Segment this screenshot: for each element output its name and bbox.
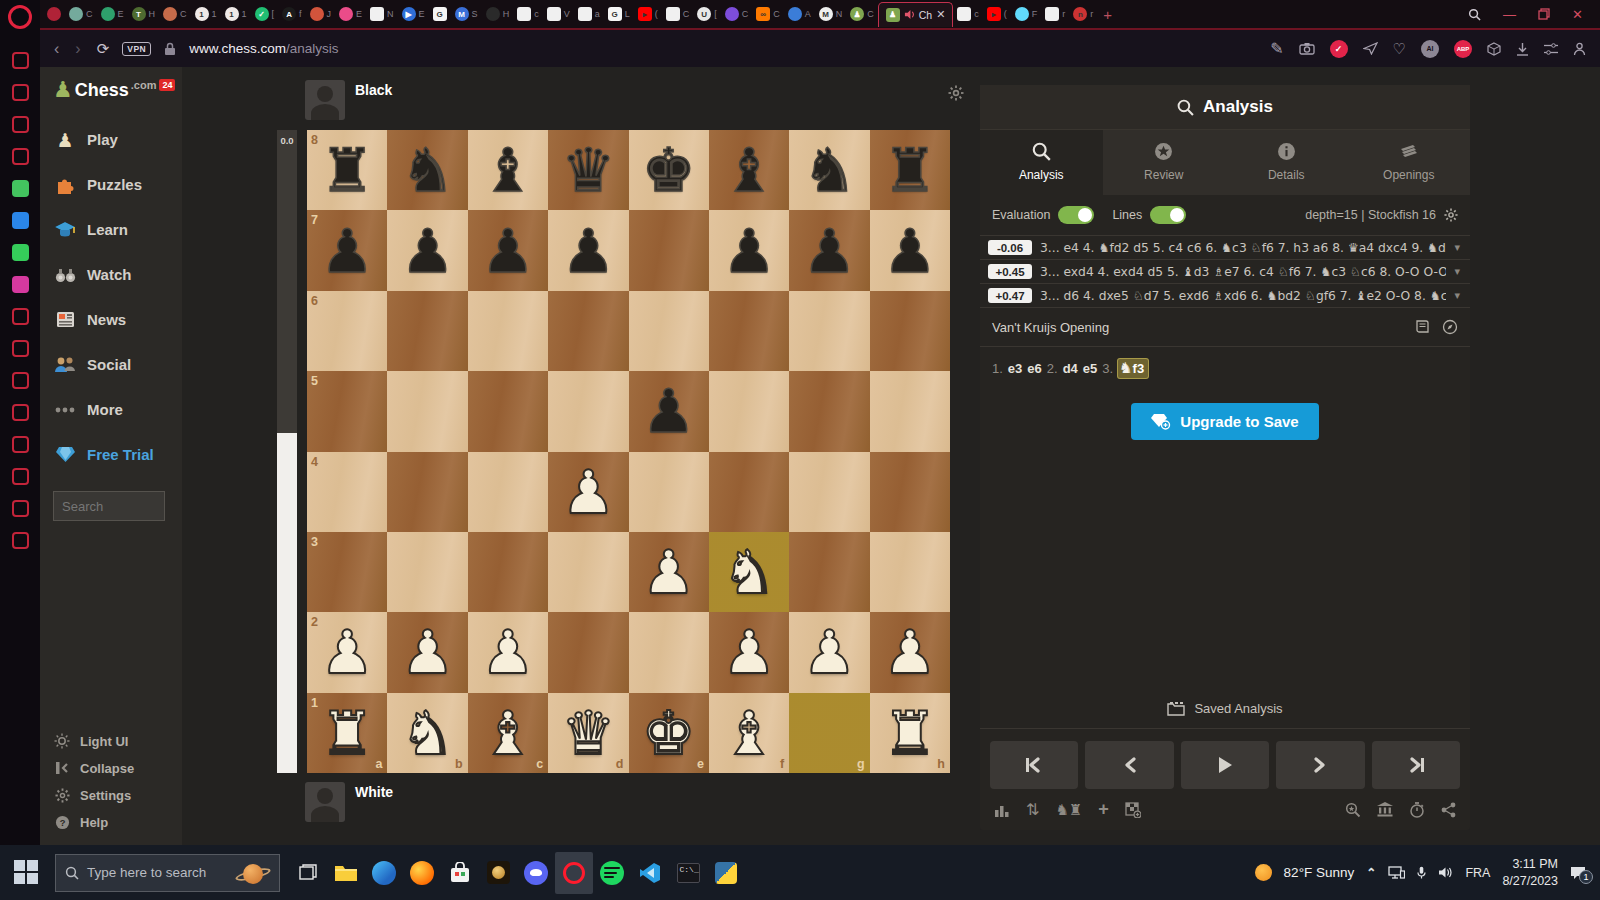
snapshot-camera-icon[interactable]: [1299, 42, 1315, 55]
sidebar-item-more[interactable]: More: [53, 387, 182, 432]
black-avatar[interactable]: [305, 80, 345, 120]
opening-book-icon[interactable]: [1415, 319, 1431, 334]
square-b4[interactable]: [387, 452, 467, 532]
audio-speaker-icon[interactable]: [904, 9, 915, 20]
square-b5[interactable]: [387, 371, 467, 451]
tab-favicon: ✓: [255, 7, 269, 21]
browser-tab[interactable]: F: [1011, 2, 1042, 27]
browser-tab[interactable]: E: [335, 2, 366, 27]
language-indicator[interactable]: FRA: [1465, 866, 1490, 880]
square-c3[interactable]: [468, 532, 548, 612]
square-c8[interactable]: ♝: [468, 130, 548, 210]
reload-button[interactable]: ⟳: [97, 40, 110, 58]
tab-favicon: M: [819, 7, 833, 21]
browser-tab[interactable]: A: [784, 2, 815, 27]
black-pawn[interactable]: ♟: [387, 210, 467, 290]
minimize-button[interactable]: —: [1503, 7, 1516, 22]
extension-cube-icon[interactable]: [1487, 42, 1501, 56]
square-h1[interactable]: h♜: [870, 693, 950, 773]
panel-tab-openings[interactable]: Openings: [1348, 130, 1471, 195]
black-knight[interactable]: ♞: [789, 130, 869, 210]
sidebar-item-watch[interactable]: Watch: [53, 252, 182, 297]
sidebar-footer-light-ui[interactable]: Light UI: [53, 732, 134, 750]
weather-widget[interactable]: 82°F Sunny: [1284, 865, 1355, 880]
square-d8[interactable]: ♛: [548, 130, 628, 210]
browser-tab[interactable]: V: [543, 2, 574, 27]
panel-tab-review[interactable]: Review: [1103, 130, 1226, 195]
tab-title: F: [1032, 9, 1038, 19]
square-a5[interactable]: 5: [307, 371, 387, 451]
engine-settings-gear-icon[interactable]: [1444, 208, 1458, 222]
mail-icon[interactable]: [12, 500, 29, 517]
next-move-button[interactable]: [1276, 741, 1364, 789]
square-g7[interactable]: ♟: [789, 210, 869, 290]
move-number: 1.: [992, 361, 1003, 376]
square-g8[interactable]: ♞: [789, 130, 869, 210]
more-dots-icon[interactable]: [12, 532, 29, 549]
square-h6[interactable]: [870, 291, 950, 371]
square-a7[interactable]: 7♟: [307, 210, 387, 290]
active-tab-title: Ch: [919, 9, 932, 21]
move-navigation: [980, 728, 1470, 797]
send-icon[interactable]: [1363, 42, 1378, 55]
aria-ai-icon[interactable]: AI: [1421, 40, 1439, 58]
white-knight[interactable]: ♞: [387, 693, 467, 773]
analysis-magnifier-icon: [1177, 99, 1194, 116]
taskbar-app-opera[interactable]: [555, 852, 593, 894]
divider-icon[interactable]: [12, 308, 29, 325]
black-pawn[interactable]: ♟: [789, 210, 869, 290]
upgrade-to-save-button[interactable]: Upgrade to Save: [1131, 403, 1318, 440]
restore-button[interactable]: [1538, 8, 1550, 20]
square-a6[interactable]: 6: [307, 291, 387, 371]
square-e8[interactable]: ♚: [629, 130, 709, 210]
messenger-icon[interactable]: [12, 212, 29, 229]
pc-network-icon[interactable]: [1388, 866, 1405, 879]
browser-tab[interactable]: GL: [604, 2, 634, 27]
engine-line-1[interactable]: -0.063... e4 4. ♞fd2 d5 5. c4 c6 6. ♞c3 …: [980, 236, 1470, 260]
tab-favicon: [101, 7, 115, 21]
shield-check-icon[interactable]: ✓: [1330, 40, 1348, 58]
sidebar-item-puzzles[interactable]: Puzzles: [53, 162, 182, 207]
taskbar-app-discord[interactable]: [517, 852, 555, 894]
browser-tab[interactable]: a: [574, 2, 604, 27]
square-f4[interactable]: [709, 452, 789, 532]
history-clock-icon[interactable]: [12, 404, 29, 421]
square-b1[interactable]: b♞: [387, 693, 467, 773]
square-e5[interactable]: ♟: [629, 371, 709, 451]
rank-label: 4: [311, 455, 318, 469]
white-avatar[interactable]: [305, 782, 345, 822]
square-e6[interactable]: [629, 291, 709, 371]
square-e4[interactable]: [629, 452, 709, 532]
browser-tab[interactable]: C: [65, 2, 97, 27]
browser-tab[interactable]: H: [482, 2, 514, 27]
square-h5[interactable]: [870, 371, 950, 451]
white-pawn[interactable]: ♟: [387, 612, 467, 692]
tab-favicon: U: [697, 7, 711, 21]
sidebar-item-news[interactable]: News: [53, 297, 182, 342]
square-c6[interactable]: [468, 291, 548, 371]
square-h3[interactable]: [870, 532, 950, 612]
black-pawn[interactable]: ♟: [870, 210, 950, 290]
explore-position-icon[interactable]: [1345, 802, 1361, 818]
browser-tab[interactable]: C: [662, 2, 694, 27]
close-window-button[interactable]: ✕: [1572, 7, 1583, 22]
square-g6[interactable]: [789, 291, 869, 371]
taskbar-app-store[interactable]: [441, 852, 479, 894]
square-e1[interactable]: e♚: [629, 693, 709, 773]
analysis-footer-icons: ⇅ ♞♜ +: [980, 797, 1470, 830]
eval-score: 0.0: [277, 135, 297, 146]
sidebar-item-label: Free Trial: [87, 446, 154, 463]
tab-title: (: [655, 9, 658, 19]
square-c4[interactable]: [468, 452, 548, 532]
url-bar[interactable]: www.chess.com/analysis: [189, 41, 338, 56]
black-move[interactable]: e6: [1027, 361, 1041, 376]
notification-count-badge: 1: [1579, 870, 1593, 884]
chart-icon[interactable]: [994, 803, 1010, 817]
play-button[interactable]: [1181, 741, 1269, 789]
opera-logo-icon[interactable]: [8, 5, 32, 29]
white-pawn[interactable]: ♟: [307, 612, 387, 692]
black-pawn[interactable]: ♟: [709, 210, 789, 290]
white-bishop[interactable]: ♝: [709, 693, 789, 773]
rank-label: 6: [311, 294, 318, 308]
start-button[interactable]: [14, 860, 40, 886]
browser-tab[interactable]: C: [159, 2, 191, 27]
white-king[interactable]: ♚: [629, 693, 709, 773]
saturn-doodle: [231, 858, 275, 890]
square-a4[interactable]: 4: [307, 452, 387, 532]
sidebar-footer-settings[interactable]: Settings: [53, 786, 134, 804]
heart-bookmark-icon[interactable]: ♡: [1393, 40, 1406, 58]
browser-tab[interactable]: MN: [815, 2, 847, 27]
square-f5[interactable]: [709, 371, 789, 451]
instagram-icon[interactable]: [12, 276, 29, 293]
eval-white-section: [277, 433, 297, 773]
browser-tab[interactable]: MS: [451, 2, 482, 27]
library-icon[interactable]: [1377, 802, 1393, 817]
timer-icon[interactable]: [1409, 802, 1425, 818]
browser-tab[interactable]: U[: [693, 2, 721, 27]
analysis-panel: Analysis AnalysisReviewDetailsOpenings E…: [980, 85, 1470, 830]
sidebar-footer-help[interactable]: ?Help: [53, 813, 134, 831]
eval-badge: +0.45: [988, 264, 1032, 279]
taskbar-app-edge[interactable]: [365, 852, 403, 894]
browser-tab[interactable]: J: [306, 2, 336, 27]
weather-sun-icon[interactable]: [1255, 864, 1272, 881]
tab-favicon: G: [608, 7, 622, 21]
whatsapp-icon[interactable]: [12, 244, 29, 261]
player-icon[interactable]: [12, 84, 29, 101]
square-d6[interactable]: [548, 291, 628, 371]
white-rook[interactable]: ♜: [307, 693, 387, 773]
board-settings-gear-icon[interactable]: [948, 85, 964, 101]
square-d7[interactable]: ♟: [548, 210, 628, 290]
vpn-badge[interactable]: VPN: [122, 42, 151, 56]
black-bishop[interactable]: ♝: [709, 130, 789, 210]
white-pawn[interactable]: ♟: [789, 612, 869, 692]
opening-name[interactable]: Van't Kruijs Opening: [992, 320, 1109, 335]
engine-line-3[interactable]: +0.473... d6 4. dxe5 ♘d7 5. exd6 ♗xd6 6.…: [980, 284, 1470, 308]
evaluation-toggle[interactable]: [1058, 206, 1094, 224]
sidebar-item-social[interactable]: Social: [53, 342, 182, 387]
white-bishop[interactable]: ♝: [468, 693, 548, 773]
square-b7[interactable]: ♟: [387, 210, 467, 290]
board-editor-icon[interactable]: [1125, 802, 1141, 818]
action-center-icon[interactable]: 1: [1570, 866, 1586, 880]
square-e3[interactable]: ♟: [629, 532, 709, 612]
white-move[interactable]: e3: [1008, 361, 1022, 376]
square-d2[interactable]: [548, 612, 628, 692]
square-e2[interactable]: [629, 612, 709, 692]
player-black-row: Black: [305, 80, 392, 120]
file-label: g: [857, 757, 865, 771]
tab-favicon: G: [433, 7, 447, 21]
active-browser-tab[interactable]: ♟ Ch ✕: [878, 2, 954, 27]
square-b3[interactable]: [387, 532, 467, 612]
panel-tab-details[interactable]: Details: [1225, 130, 1348, 195]
black-queen[interactable]: ♛: [548, 130, 628, 210]
square-c7[interactable]: ♟: [468, 210, 548, 290]
white-pawn[interactable]: ♟: [870, 612, 950, 692]
square-g5[interactable]: [789, 371, 869, 451]
white-pawn[interactable]: ♟: [468, 612, 548, 692]
browser-tab[interactable]: c: [953, 2, 983, 27]
square-b8[interactable]: ♞: [387, 130, 467, 210]
square-b6[interactable]: [387, 291, 467, 371]
line-moves: 3... d6 4. dxe5 ♘d7 5. exd6 ♗xd6 6. ♞bd2…: [1040, 289, 1446, 303]
sidebar-item-label: Watch: [87, 266, 131, 283]
browser-toolbar: ‹ › ⟳ VPN www.chess.com/analysis ✎ ✓ ♡ A…: [40, 30, 1600, 67]
play-circle-icon[interactable]: [12, 340, 29, 357]
eval-badge: +0.47: [988, 288, 1032, 303]
square-f2[interactable]: ♟: [709, 612, 789, 692]
square-d4[interactable]: ♟: [548, 452, 628, 532]
browser-tab[interactable]: [43, 2, 65, 27]
tab-title: (: [1004, 9, 1007, 19]
taskbar-app-game-gold[interactable]: [479, 852, 517, 894]
tab-title: c: [534, 9, 539, 19]
square-a8[interactable]: 8♜: [307, 130, 387, 210]
taskbar-app-spotify[interactable]: [593, 852, 631, 894]
browser-tab[interactable]: C: [721, 2, 753, 27]
browser-tab[interactable]: ▶E: [398, 2, 429, 27]
black-move[interactable]: e5: [1083, 361, 1097, 376]
black-pawn[interactable]: ♟: [468, 210, 548, 290]
tab-title: f: [299, 9, 302, 19]
rank-label: 5: [311, 374, 318, 388]
tab-favicon: [725, 7, 739, 21]
go-to-end-button[interactable]: [1372, 741, 1460, 789]
explorer-compass-icon[interactable]: [1442, 319, 1458, 335]
square-g3[interactable]: [789, 532, 869, 612]
browser-tab[interactable]: ✓[: [251, 2, 279, 27]
line-messenger-icon[interactable]: [12, 180, 29, 197]
white-rook[interactable]: ♜: [870, 693, 950, 773]
square-f8[interactable]: ♝: [709, 130, 789, 210]
expand-line-caret-icon[interactable]: ▾: [1454, 241, 1460, 254]
taskbar-app-file-explorer[interactable]: [327, 852, 365, 894]
browser-tab[interactable]: Af: [278, 2, 306, 27]
lines-toggle-label: Lines: [1112, 208, 1142, 222]
tab-favicon: [370, 7, 384, 21]
black-rook[interactable]: ♜: [870, 130, 950, 210]
clock[interactable]: 3:11 PM8/27/2023: [1502, 856, 1558, 889]
browser-tab[interactable]: ∞C: [752, 2, 784, 27]
panel-tab-analysis[interactable]: Analysis: [980, 130, 1103, 195]
square-c1[interactable]: c♝: [468, 693, 548, 773]
square-a1[interactable]: 1a♜: [307, 693, 387, 773]
chat-icon[interactable]: [12, 116, 29, 133]
sidebar-item-free-trial[interactable]: Free Trial: [53, 432, 182, 477]
browser-tab[interactable]: 11: [191, 2, 221, 27]
calendar-icon[interactable]: [12, 148, 29, 165]
sidebar-item-label: Social: [87, 356, 131, 373]
sun-icon: [53, 732, 71, 750]
black-rook[interactable]: ♜: [307, 130, 387, 210]
square-d1[interactable]: d♛: [548, 693, 628, 773]
taskbar-app-terminal[interactable]: C:\_: [669, 852, 707, 894]
square-g1[interactable]: g: [789, 693, 869, 773]
taskbar-app-vscode[interactable]: [631, 852, 669, 894]
engine-controls: Evaluation Lines depth=15 | Stockfish 16: [980, 195, 1470, 235]
tabs-group: CETHC1111✓[AfJEN▶EGMSHcVaGL▸(CU[C∞CAMN♟C: [43, 2, 878, 27]
profile-icon[interactable]: [1573, 42, 1586, 56]
settings-sliders-icon[interactable]: [1544, 43, 1558, 55]
square-h8[interactable]: ♜: [870, 130, 950, 210]
square-f1[interactable]: f♝: [709, 693, 789, 773]
chess-board: 8♜♞♝♛♚♝♞♜7♟♟♟♟♟♟♟65♟4♟3♟♞2♟♟♟♟♟♟1a♜b♞c♝d…: [307, 130, 950, 773]
engine-line-2[interactable]: +0.453... exd4 4. exd4 d5 5. ♝d3 ♗e7 6. …: [980, 260, 1470, 284]
tab-favicon: [788, 7, 802, 21]
download-icon[interactable]: [1516, 42, 1529, 56]
browser-tab[interactable]: N: [366, 2, 398, 27]
saved-analysis[interactable]: Saved Analysis: [980, 689, 1470, 728]
white-queen[interactable]: ♛: [548, 693, 628, 773]
white-pawn[interactable]: ♟: [629, 532, 709, 612]
footer-item-label: Collapse: [80, 761, 134, 776]
white-pawn[interactable]: ♟: [548, 452, 628, 532]
tab-title: A: [805, 9, 811, 19]
pieces-setup-icon[interactable]: ♞♜: [1055, 801, 1082, 819]
engine-lines: -0.063... e4 4. ♞fd2 d5 5. c4 c6 6. ♞c3 …: [980, 235, 1470, 308]
square-b2[interactable]: ♟: [387, 612, 467, 692]
settings-gear-icon[interactable]: [12, 468, 29, 485]
flip-board-icon[interactable]: ⇅: [1026, 800, 1039, 819]
browser-tab[interactable]: E: [97, 2, 128, 27]
black-bishop[interactable]: ♝: [468, 130, 548, 210]
divider2-icon[interactable]: [12, 372, 29, 389]
browser-tab[interactable]: c: [513, 2, 543, 27]
browser-tab[interactable]: ▸(: [983, 2, 1011, 27]
previous-move-button[interactable]: [1085, 741, 1173, 789]
black-pawn[interactable]: ♟: [307, 210, 387, 290]
square-a3[interactable]: 3: [307, 532, 387, 612]
square-c2[interactable]: ♟: [468, 612, 548, 692]
chesscom-logo[interactable]: ♟ Chess.com 24: [53, 79, 182, 101]
taskbar-app-python[interactable]: [707, 852, 745, 894]
square-a2[interactable]: 2♟: [307, 612, 387, 692]
browser-tab[interactable]: ♟C: [846, 2, 878, 27]
square-e7[interactable]: [629, 210, 709, 290]
browser-tab[interactable]: 11: [221, 2, 251, 27]
square-d5[interactable]: [548, 371, 628, 451]
browser-tab[interactable]: r: [1041, 2, 1069, 27]
tab-favicon: 1: [195, 7, 209, 21]
taskbar-app-firefox[interactable]: [403, 852, 441, 894]
sidebar-item-learn[interactable]: Learn: [53, 207, 182, 252]
add-icon[interactable]: +: [1098, 799, 1109, 820]
browser-tab[interactable]: TH: [128, 2, 160, 27]
browser-tab[interactable]: G: [429, 2, 451, 27]
sidebar-footer-collapse[interactable]: Collapse: [53, 759, 134, 777]
square-c5[interactable]: [468, 371, 548, 451]
browser-tab[interactable]: ▸(: [634, 2, 662, 27]
expand-line-caret-icon[interactable]: ▾: [1454, 265, 1460, 278]
panel-title: Analysis: [1203, 97, 1273, 117]
opening-row: Van't Kruijs Opening: [980, 308, 1470, 347]
square-h4[interactable]: [870, 452, 950, 532]
tab-search-icon[interactable]: [1468, 8, 1481, 21]
square-g4[interactable]: [789, 452, 869, 532]
square-h2[interactable]: ♟: [870, 612, 950, 692]
square-f6[interactable]: [709, 291, 789, 371]
taskbar-app-task-view[interactable]: [289, 852, 327, 894]
black-king[interactable]: ♚: [629, 130, 709, 210]
search-input[interactable]: [53, 491, 165, 521]
white-move[interactable]: d4: [1063, 361, 1078, 376]
mic-icon[interactable]: [1417, 866, 1426, 879]
go-to-start-button[interactable]: [990, 741, 1078, 789]
white-pawn[interactable]: ♟: [709, 612, 789, 692]
forward-button[interactable]: ›: [75, 40, 80, 58]
taskbar-search[interactable]: Type here to search: [55, 854, 280, 892]
square-h7[interactable]: ♟: [870, 210, 950, 290]
black-knight[interactable]: ♞: [387, 130, 467, 210]
expand-line-caret-icon[interactable]: ▾: [1454, 289, 1460, 302]
back-button[interactable]: ‹: [54, 40, 59, 58]
square-f7[interactable]: ♟: [709, 210, 789, 290]
share-page-icon[interactable]: ✎: [1270, 39, 1283, 58]
square-g2[interactable]: ♟: [789, 612, 869, 692]
square-f3[interactable]: ♞: [709, 532, 789, 612]
cube-icon[interactable]: [12, 436, 29, 453]
black-pawn[interactable]: ♟: [548, 210, 628, 290]
tab-title: N: [387, 9, 394, 19]
engine-depth-label: depth=15 | Stockfish 16: [1305, 208, 1436, 222]
share-icon[interactable]: [1441, 802, 1456, 818]
speaker-icon[interactable]: [1438, 866, 1453, 879]
close-tab-icon[interactable]: ✕: [936, 8, 945, 21]
white-knight[interactable]: ♞: [709, 532, 789, 612]
adblock-plus-icon[interactable]: ABP: [1454, 40, 1472, 58]
tab-title: C: [180, 9, 187, 19]
lines-toggle[interactable]: [1150, 206, 1186, 224]
browser-tab[interactable]: nr: [1069, 2, 1097, 27]
square-d3[interactable]: [548, 532, 628, 612]
current-move[interactable]: ♞f3: [1118, 359, 1148, 378]
black-pawn[interactable]: ♟: [629, 371, 709, 451]
tab-title: C: [773, 9, 780, 19]
new-tab-button[interactable]: +: [1103, 6, 1112, 23]
notification-badge: 24: [159, 79, 175, 91]
sidebar-item-play[interactable]: ♟Play: [53, 117, 182, 162]
knight-figurine-icon: ♞: [1119, 359, 1132, 377]
hidden-icons-chevron[interactable]: ⌃: [1366, 866, 1376, 880]
gx-corner-icon[interactable]: [12, 52, 29, 69]
